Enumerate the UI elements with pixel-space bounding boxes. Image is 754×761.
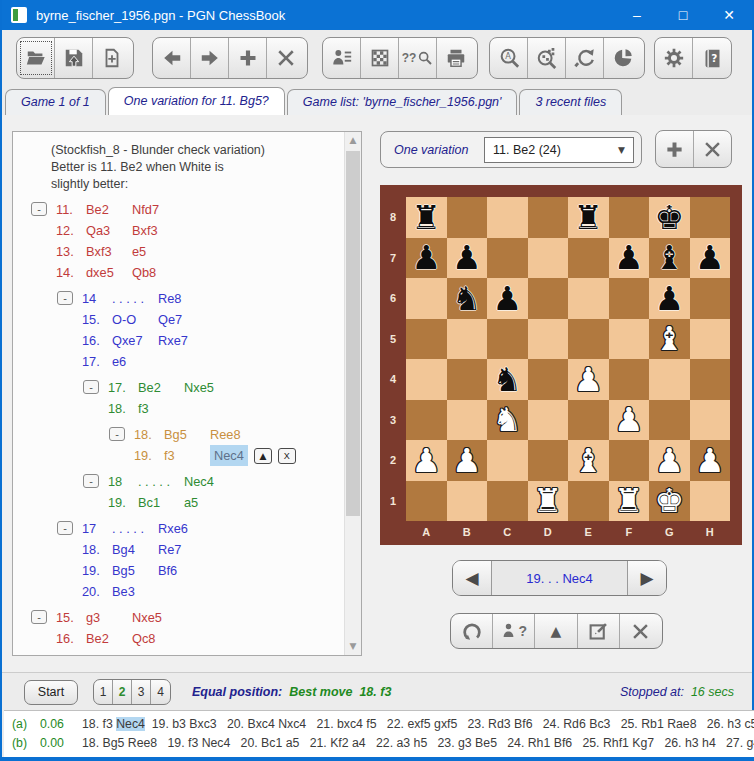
square-h1[interactable] <box>690 481 731 522</box>
current-move-label: 19. . . Nec4 <box>492 561 627 595</box>
white-move[interactable]: Be2 <box>86 628 132 649</box>
move-number: 17 <box>82 518 112 539</box>
tab-3[interactable]: 3 recent files <box>519 89 622 115</box>
move-number: 13. <box>56 241 86 262</box>
move-navigator: ◀ 19. . . Nec4 ▶ <box>452 560 667 596</box>
tree-scrollbar[interactable]: ▲ ▼ <box>344 132 361 655</box>
open-file-button[interactable] <box>17 38 55 78</box>
white-move[interactable]: Bc1 <box>138 492 184 513</box>
main-area: (Stockfish_8 - Blunder check variation) … <box>2 115 752 672</box>
square-f5[interactable] <box>609 319 650 360</box>
search-position-button[interactable] <box>528 38 566 78</box>
show-board-button[interactable] <box>361 38 399 78</box>
black-move[interactable]: a5 <box>184 492 198 513</box>
pie-chart-icon <box>613 48 633 68</box>
rank-labels: 87654321 <box>380 197 406 521</box>
square-e3[interactable] <box>568 400 609 441</box>
square-c6[interactable]: ♟ <box>487 278 528 319</box>
white-pawn[interactable]: ♟ <box>649 440 690 481</box>
square-d6[interactable] <box>528 278 569 319</box>
move-number: 14 <box>82 288 112 309</box>
black-move[interactable]: Re8 <box>132 649 155 655</box>
black-move[interactable]: Ree8 <box>210 424 241 445</box>
square-g3[interactable] <box>649 400 690 441</box>
square-f2[interactable] <box>609 440 650 481</box>
open-file-icon <box>25 47 47 69</box>
square-h3[interactable] <box>690 400 731 441</box>
square-a1[interactable] <box>406 481 447 522</box>
tree-move-row[interactable]: 17.O-ORe8 <box>13 649 344 655</box>
variation-tree-panel: (Stockfish_8 - Blunder check variation) … <box>12 131 362 656</box>
new-file-icon <box>101 47 123 69</box>
player-info-button[interactable] <box>323 38 361 78</box>
engine-comment: (Stockfish_8 - Blunder check variation) … <box>13 132 344 193</box>
black-pawn[interactable]: ♟ <box>649 278 690 319</box>
collapse-toggle[interactable]: - <box>57 291 73 305</box>
white-move[interactable]: f3 <box>164 445 210 466</box>
search-text-icon: A <box>498 47 520 69</box>
engine-analysis-panel: (a)0.0618. f3 Nec4 19. b3 Bxc3 20. Bxc4 … <box>4 710 754 757</box>
edit-icon <box>588 621 609 642</box>
variation-count-label: One variation <box>394 143 468 157</box>
black-pawn[interactable]: ♟ <box>406 238 447 279</box>
highlighted-move[interactable]: Nec4 <box>116 717 145 731</box>
white-pawn[interactable]: ♟ <box>609 400 650 441</box>
square-a2[interactable]: ♟ <box>406 440 447 481</box>
engine-line-button-3[interactable]: 3 <box>132 680 151 704</box>
move-number: 17. <box>56 649 86 655</box>
square-e1[interactable] <box>568 481 609 522</box>
new-file-button[interactable] <box>93 38 131 78</box>
tree-move-row[interactable]: -17.Be2Nxe5 <box>13 377 344 398</box>
black-move[interactable]: Bf6 <box>158 560 177 581</box>
blunder-check-button[interactable]: ?? <box>399 38 437 78</box>
minimize-button[interactable]: – <box>614 0 660 30</box>
help-book-icon: ? <box>702 48 723 69</box>
square-d4[interactable] <box>528 359 569 400</box>
tab-2[interactable]: Game list: 'byrne_fischer_1956.pgn' <box>287 89 518 115</box>
tree-move-row[interactable]: 15.O-OQe7 <box>13 309 344 330</box>
square-b1[interactable] <box>447 481 488 522</box>
analysis-line-label: (a) <box>12 715 40 734</box>
white-bishop[interactable]: ♝ <box>568 440 609 481</box>
svg-text:?: ? <box>711 52 717 64</box>
white-pawn[interactable]: ♟ <box>406 440 447 481</box>
prev-move-button[interactable]: ◀ <box>453 561 492 595</box>
stopped-at-text: Stopped at: 16 secs <box>620 685 734 699</box>
square-c4[interactable]: ♞ <box>487 359 528 400</box>
white-pawn[interactable]: ♟ <box>690 440 731 481</box>
square-c5[interactable] <box>487 319 528 360</box>
move-number: 19. <box>82 560 112 581</box>
tree-move-row[interactable]: -15.g3Nxe5 <box>13 607 344 628</box>
move-number: 11. <box>56 199 86 220</box>
delete-game-button[interactable] <box>267 38 305 78</box>
x-icon <box>631 622 650 641</box>
square-a8[interactable]: ♜ <box>406 197 447 238</box>
white-move[interactable]: Bg5 <box>112 560 158 581</box>
delete-move-button[interactable] <box>620 614 662 648</box>
engine-lines-group: 1234 <box>93 679 171 705</box>
analysis-eval: 0.00 <box>40 734 82 753</box>
square-d5[interactable] <box>528 319 569 360</box>
black-move[interactable]: Qc8 <box>132 628 155 649</box>
black-move[interactable]: Rxe7 <box>158 330 188 351</box>
black-pawn[interactable]: ♟ <box>447 238 488 279</box>
black-move[interactable]: Bxf3 <box>132 220 158 241</box>
move-number: 20. <box>82 581 112 602</box>
square-a7[interactable]: ♟ <box>406 238 447 279</box>
tree-move-row[interactable]: 18.f3 <box>13 398 344 419</box>
engine-status-bar: Start 1234 Equal position: Best move 18.… <box>2 672 752 710</box>
white-pawn[interactable]: ♟ <box>568 359 609 400</box>
tree-move-row[interactable]: 12.Qa3Bxf3 <box>13 220 344 241</box>
delete-mini-button[interactable]: X <box>278 448 296 464</box>
x-icon <box>276 48 296 68</box>
x-icon <box>703 140 722 159</box>
square-g5[interactable]: ♝ <box>649 319 690 360</box>
square-c7[interactable] <box>487 238 528 279</box>
square-g6[interactable]: ♟ <box>649 278 690 319</box>
square-c3[interactable]: ♞ <box>487 400 528 441</box>
collapse-toggle[interactable]: - <box>31 610 47 624</box>
move-number: 12. <box>56 220 86 241</box>
white-move[interactable]: Be2 <box>86 199 132 220</box>
square-e2[interactable]: ♝ <box>568 440 609 481</box>
forward-button[interactable] <box>191 38 229 78</box>
tab-0[interactable]: Game 1 of 1 <box>5 89 106 115</box>
square-b8[interactable] <box>447 197 488 238</box>
search-group: A <box>489 37 645 79</box>
help-button[interactable]: ? <box>693 38 731 78</box>
collapse-toggle[interactable]: - <box>109 427 125 441</box>
window-title: byrne_fischer_1956.pgn - PGN ChessBook <box>36 8 285 23</box>
move-number: 17. <box>82 351 112 372</box>
next-move-button[interactable]: ▶ <box>627 561 666 595</box>
move-number: 19. <box>108 492 138 513</box>
black-move[interactable]: Nfd7 <box>132 199 159 220</box>
repeat-search-icon <box>574 47 596 69</box>
square-b5[interactable] <box>447 319 488 360</box>
black-rook[interactable]: ♜ <box>406 197 447 238</box>
variation-buttons-group <box>655 130 732 168</box>
edit-annotation-button[interactable] <box>578 614 620 648</box>
black-pawn[interactable]: ♟ <box>690 238 731 279</box>
tree-move-row[interactable]: 14.dxe5Qb8 <box>13 262 344 283</box>
retract-move-icon <box>461 620 483 642</box>
white-move[interactable]: . . . . . <box>112 518 158 539</box>
square-d8[interactable] <box>528 197 569 238</box>
square-h2[interactable]: ♟ <box>690 440 731 481</box>
square-h7[interactable]: ♟ <box>690 238 731 279</box>
black-move[interactable]: Re8 <box>158 288 181 309</box>
square-g2[interactable]: ♟ <box>649 440 690 481</box>
statistics-button[interactable] <box>604 38 642 78</box>
tree-move-row[interactable]: -17. . . . .Rxe6 <box>13 518 344 539</box>
settings-group: ? <box>654 37 732 79</box>
tree-move-row[interactable]: 16.Be2Qc8 <box>13 628 344 649</box>
file-button-group <box>16 37 134 79</box>
white-move[interactable]: . . . . . <box>138 471 184 492</box>
square-e6[interactable] <box>568 278 609 319</box>
app-icon <box>11 7 27 23</box>
black-move[interactable]: Qb8 <box>132 262 156 283</box>
square-a6[interactable] <box>406 278 447 319</box>
square-a5[interactable] <box>406 319 447 360</box>
game-nav-group <box>152 37 308 79</box>
white-move[interactable]: Be3 <box>112 581 158 602</box>
collapse-toggle[interactable]: - <box>57 521 73 535</box>
white-move[interactable]: dxe5 <box>86 262 132 283</box>
variation-dropdown[interactable]: 11. Be2 (24) ▼ <box>484 137 634 163</box>
square-c2[interactable] <box>487 440 528 481</box>
tab-bar: Game 1 of 1One variation for 11. Bg5?Gam… <box>2 86 752 115</box>
white-move[interactable]: Bg5 <box>164 424 210 445</box>
tree-move-row[interactable]: 16.Qxe7Rxe7 <box>13 330 344 351</box>
board-icon <box>370 48 390 68</box>
engine-start-button[interactable]: Start <box>24 680 78 705</box>
window-border-bottom <box>2 757 752 761</box>
move-number: 18. <box>82 539 112 560</box>
white-move[interactable]: Qa3 <box>86 220 132 241</box>
white-move[interactable]: Qxe7 <box>112 330 158 351</box>
square-g4[interactable] <box>649 359 690 400</box>
square-h4[interactable] <box>690 359 731 400</box>
black-knight[interactable]: ♞ <box>447 278 488 319</box>
search-position-icon <box>536 47 558 69</box>
forward-arrow-icon <box>199 47 221 69</box>
double-question-icon: ?? <box>402 51 417 65</box>
square-d7[interactable] <box>528 238 569 279</box>
tree-move-row[interactable]: 20.Be3 <box>13 581 344 602</box>
black-pawn[interactable]: ♟ <box>609 238 650 279</box>
analysis-moves[interactable]: 18. Bg5 Ree8 19. f3 Nec4 20. Bc1 a5 21. … <box>82 736 754 750</box>
square-f8[interactable] <box>609 197 650 238</box>
tree-move-row[interactable]: 19.Bg5Bf6 <box>13 560 344 581</box>
printer-icon <box>445 47 467 69</box>
gear-icon <box>663 47 685 69</box>
square-b2[interactable]: ♟ <box>447 440 488 481</box>
file-labels: ABCDEFGH <box>406 521 730 545</box>
square-f6[interactable] <box>609 278 650 319</box>
scroll-down-icon[interactable]: ▼ <box>345 638 361 655</box>
app-window: byrne_fischer_1956.pgn - PGN ChessBook –… <box>0 0 754 761</box>
move-number: 15. <box>82 309 112 330</box>
square-e8[interactable]: ♜ <box>568 197 609 238</box>
tree-move-row[interactable]: 19.Bc1a5 <box>13 492 344 513</box>
settings-button[interactable] <box>655 38 693 78</box>
square-f7[interactable]: ♟ <box>609 238 650 279</box>
square-b3[interactable] <box>447 400 488 441</box>
ask-move-button[interactable]: ? <box>493 614 535 648</box>
analysis-line-a: (a)0.0618. f3 Nec4 19. b3 Bxc3 20. Bxc4 … <box>4 715 754 734</box>
square-d2[interactable] <box>528 440 569 481</box>
black-pawn[interactable]: ♟ <box>487 278 528 319</box>
move-number: 16. <box>56 628 86 649</box>
view-group: ?? <box>322 37 478 79</box>
question-icon: ? <box>519 623 528 639</box>
black-rook[interactable]: ♜ <box>568 197 609 238</box>
engine-line-button-2[interactable]: 2 <box>113 680 132 704</box>
analysis-moves[interactable]: 18. f3 Nec4 19. b3 Bxc3 20. Bxc4 Nxc4 21… <box>82 717 754 731</box>
analysis-eval: 0.06 <box>40 715 82 734</box>
black-move[interactable]: Nec4 <box>184 471 214 492</box>
print-button[interactable] <box>437 38 475 78</box>
white-move[interactable]: Bg4 <box>112 539 158 560</box>
move-number: 16. <box>82 330 112 351</box>
back-arrow-icon <box>161 47 183 69</box>
square-c1[interactable] <box>487 481 528 522</box>
white-move[interactable]: f3 <box>138 398 184 419</box>
tree-move-row[interactable]: -14. . . . .Re8 <box>13 288 344 309</box>
black-king[interactable]: ♚ <box>649 197 690 238</box>
collapse-toggle[interactable]: - <box>83 380 99 394</box>
scrollbar-thumb[interactable] <box>346 151 360 516</box>
retract-move-button[interactable] <box>451 614 493 648</box>
black-move[interactable]: Rxe6 <box>158 518 188 539</box>
square-g7[interactable]: ♝ <box>649 238 690 279</box>
scroll-up-icon[interactable]: ▲ <box>345 132 361 149</box>
move-number: 15. <box>56 607 86 628</box>
square-e5[interactable] <box>568 319 609 360</box>
white-move[interactable]: . . . . . <box>112 288 158 309</box>
white-move[interactable]: e6 <box>112 351 158 372</box>
white-king[interactable]: ♚ <box>649 481 690 522</box>
black-bishop[interactable]: ♝ <box>649 238 690 279</box>
save-file-button[interactable] <box>55 38 93 78</box>
maximize-button[interactable]: □ <box>660 0 706 30</box>
chess-board[interactable]: 87654321 ♜♜♚♟♟♟♝♟♞♟♟♝♞♟♞♟♟♟♝♟♟♜♜♚ ABCDEF… <box>380 185 742 545</box>
move-number: 18 <box>108 471 138 492</box>
save-file-icon <box>63 47 85 69</box>
variation-selector-group: One variation 11. Be2 (24) ▼ <box>380 131 642 168</box>
square-e7[interactable] <box>568 238 609 279</box>
white-move[interactable]: O-O <box>112 309 158 330</box>
toolbar: ?? A <box>2 32 752 84</box>
plus-icon <box>238 48 258 68</box>
white-pawn[interactable]: ♟ <box>447 440 488 481</box>
move-number: 14. <box>56 262 86 283</box>
chevron-down-icon: ▼ <box>618 145 625 155</box>
move-number: 18. <box>108 398 138 419</box>
square-g8[interactable]: ♚ <box>649 197 690 238</box>
white-knight[interactable]: ♞ <box>487 400 528 441</box>
tree-move-row[interactable]: -18. . . . .Nec4 <box>13 471 344 492</box>
square-a3[interactable] <box>406 400 447 441</box>
person-icon <box>501 622 519 640</box>
square-b7[interactable]: ♟ <box>447 238 488 279</box>
square-d1[interactable]: ♜ <box>528 481 569 522</box>
white-bishop[interactable]: ♝ <box>649 319 690 360</box>
collapse-toggle[interactable]: - <box>83 474 99 488</box>
move-number: 17. <box>108 377 138 398</box>
evaluation-text: Equal position: Best move 18. f3 <box>192 685 391 699</box>
white-move[interactable]: Be2 <box>138 377 184 398</box>
tree-move-row[interactable]: 13.Bxf3e5 <box>13 241 344 262</box>
analysis-line-b: (b)0.0018. Bg5 Ree8 19. f3 Nec4 20. Bc1 … <box>4 734 754 753</box>
tree-move-row[interactable]: 17.e6 <box>13 351 344 372</box>
collapse-toggle[interactable]: - <box>31 202 47 216</box>
tree-move-row[interactable]: 18.Bg4Re7 <box>13 539 344 560</box>
magnifier-icon <box>417 50 433 66</box>
add-variation-button[interactable] <box>656 131 694 167</box>
move-number: 18. <box>134 424 164 445</box>
analysis-line-label: (b) <box>12 734 40 753</box>
add-game-button[interactable] <box>229 38 267 78</box>
square-h5[interactable] <box>690 319 731 360</box>
delete-variation-button[interactable] <box>694 131 732 167</box>
square-b6[interactable]: ♞ <box>447 278 488 319</box>
white-move[interactable]: O-O <box>86 649 132 655</box>
engine-line-button-1[interactable]: 1 <box>94 680 113 704</box>
black-move[interactable]: Nxe5 <box>132 607 162 628</box>
square-b4[interactable] <box>447 359 488 400</box>
white-move[interactable]: Bxf3 <box>86 241 132 262</box>
square-h6[interactable] <box>690 278 731 319</box>
white-rook[interactable]: ♜ <box>609 481 650 522</box>
white-rook[interactable]: ♜ <box>528 481 569 522</box>
search-text-button[interactable]: A <box>490 38 528 78</box>
tree-move-row[interactable]: 19.f3Nec4▲X <box>13 445 344 466</box>
player-info-icon <box>331 47 353 69</box>
square-h8[interactable] <box>690 197 731 238</box>
svg-text:A: A <box>505 51 511 61</box>
move-number: 19. <box>134 445 164 466</box>
square-a4[interactable] <box>406 359 447 400</box>
black-knight[interactable]: ♞ <box>487 359 528 400</box>
board-tools-group: ? ▲ <box>450 613 663 649</box>
black-move[interactable]: Nxe5 <box>184 377 214 398</box>
up-triangle-icon: ▲ <box>551 623 562 639</box>
promote-mini-button[interactable]: ▲ <box>254 448 272 464</box>
black-move[interactable]: Qe7 <box>158 309 182 330</box>
white-move[interactable]: g3 <box>86 607 132 628</box>
tree-move-row[interactable]: -18.Bg5Ree8 <box>13 424 344 445</box>
selected-move[interactable]: Nec4 <box>210 445 248 466</box>
square-d3[interactable] <box>528 400 569 441</box>
square-f4[interactable] <box>609 359 650 400</box>
repeat-search-button[interactable] <box>566 38 604 78</box>
square-e4[interactable]: ♟ <box>568 359 609 400</box>
square-f3[interactable]: ♟ <box>609 400 650 441</box>
title-bar: byrne_fischer_1956.pgn - PGN ChessBook –… <box>2 0 752 30</box>
engine-line-button-4[interactable]: 4 <box>151 680 170 704</box>
tab-1[interactable]: One variation for 11. Bg5? <box>108 87 285 115</box>
back-button[interactable] <box>153 38 191 78</box>
square-f1[interactable]: ♜ <box>609 481 650 522</box>
tree-move-row[interactable]: -11.Be2Nfd7 <box>13 199 344 220</box>
black-move[interactable]: Re7 <box>158 539 181 560</box>
promote-variation-button[interactable]: ▲ <box>535 614 577 648</box>
square-g1[interactable]: ♚ <box>649 481 690 522</box>
square-c8[interactable] <box>487 197 528 238</box>
plus-icon <box>665 140 684 159</box>
black-move[interactable]: e5 <box>132 241 146 262</box>
close-button[interactable]: ✕ <box>706 0 752 30</box>
variation-dropdown-value: 11. Be2 (24) <box>493 143 561 157</box>
